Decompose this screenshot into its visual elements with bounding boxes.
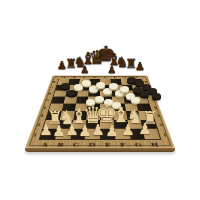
file-label: E — [105, 140, 111, 147]
dark-knight-piece: ♞ — [74, 55, 87, 69]
file-labels-near: ABCDEFGH — [36, 140, 164, 148]
rank-label: 8 — [144, 80, 148, 82]
white-checker-disc — [82, 80, 91, 86]
dark-bishop-piece: ♝ — [81, 51, 95, 67]
rank-label: 1 — [32, 132, 38, 137]
white-checker-disc — [112, 102, 121, 108]
file-label: H — [150, 140, 159, 147]
square-e3 — [100, 111, 113, 119]
square-h1 — [143, 129, 161, 139]
dark-pawn-piece: ♟ — [81, 65, 90, 75]
dark-king-piece: ♚ — [97, 44, 116, 65]
board-front-edge — [25, 148, 175, 152]
dark-queen-piece: ♛ — [88, 48, 105, 67]
square-c2 — [72, 120, 87, 129]
rank-label: 4 — [43, 106, 48, 109]
square-c4 — [74, 104, 87, 112]
white-checker-disc — [109, 83, 118, 89]
rank-label: 4 — [153, 106, 158, 109]
dark-rook-piece: ♜ — [65, 57, 77, 70]
rank-label: 7 — [50, 86, 54, 89]
rank-label: 5 — [45, 98, 49, 101]
square-c3 — [73, 111, 87, 119]
file-label: D — [88, 140, 95, 147]
rank-label: 2 — [36, 122, 41, 126]
dark-rook-piece: ♜ — [125, 57, 137, 70]
dark-pawn-piece: ♟ — [135, 61, 145, 72]
white-checker-disc — [95, 96, 104, 102]
square-e2 — [100, 120, 114, 129]
rank-label: 3 — [40, 114, 45, 118]
rank-label: 6 — [48, 92, 52, 95]
file-label: F — [120, 140, 126, 147]
square-d2 — [86, 120, 100, 129]
rank-label: 8 — [52, 80, 56, 82]
rank-label: 2 — [159, 122, 164, 126]
dark-pawn-piece: ♟ — [57, 60, 67, 71]
dark-knight-piece: ♞ — [116, 55, 129, 69]
rank-label: 3 — [156, 114, 161, 118]
file-label: G — [134, 140, 142, 147]
square-h4 — [137, 104, 152, 112]
dark-checker-disc — [61, 83, 70, 89]
rank-label: 1 — [162, 132, 168, 137]
dark-checker-disc — [140, 91, 149, 97]
square-c1 — [70, 129, 86, 139]
white-checker-disc — [86, 99, 95, 105]
dark-bishop-piece: ♝ — [107, 52, 121, 68]
dark-pawn-piece: ♟ — [108, 65, 117, 75]
square-h2 — [140, 120, 156, 129]
white-checker-disc — [74, 84, 83, 90]
dark-checker-disc — [67, 90, 76, 96]
white-checker-disc — [96, 82, 105, 88]
rank-label: 5 — [150, 98, 154, 101]
white-checker-disc — [120, 86, 129, 92]
square-d1 — [85, 129, 100, 139]
square-d3 — [87, 111, 100, 119]
white-checker-disc — [131, 97, 140, 103]
square-h3 — [138, 111, 153, 119]
product-photo-stage: ABCDEFGH 87654321 87654321 ABCDEFGH ♟♜♞♝… — [0, 0, 200, 200]
dark-checker-disc — [152, 93, 161, 99]
file-label: C — [73, 140, 80, 147]
file-label: A — [41, 140, 49, 147]
file-label: B — [56, 140, 64, 147]
white-checker-disc — [103, 88, 112, 94]
square-e1 — [100, 129, 115, 139]
